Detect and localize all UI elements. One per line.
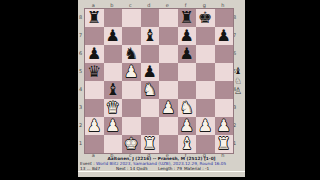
square-f4[interactable] <box>178 81 197 99</box>
black-pawn-h7: ♟ <box>217 27 231 45</box>
square-b4[interactable]: ♝ <box>104 81 123 99</box>
black-pawn-f6: ♟ <box>180 45 194 63</box>
square-h8[interactable] <box>215 9 234 27</box>
black-pawn-b7: ♟ <box>106 27 120 45</box>
square-d4[interactable]: ♞ <box>141 81 160 99</box>
square-g7[interactable] <box>196 27 215 45</box>
square-b7[interactable]: ♟ <box>104 27 123 45</box>
square-a5[interactable]: ♛ <box>85 63 104 81</box>
square-h2[interactable]: ♟ <box>215 117 234 135</box>
white-knight-d4: ♞ <box>143 81 157 99</box>
square-b1[interactable] <box>104 135 123 153</box>
square-c1[interactable]: ♚ <box>122 135 141 153</box>
square-b6[interactable] <box>104 45 123 63</box>
square-c7[interactable] <box>122 27 141 45</box>
white-queen-b3: ♛ <box>106 99 120 117</box>
white-pawn-c5: ♟ <box>124 63 138 81</box>
square-f8[interactable]: ♜ <box>178 9 197 27</box>
white-pawn-b2: ♟ <box>106 117 120 135</box>
white-pawn-a2: ♟ <box>87 117 101 135</box>
captured-white-pawn-icon: ♙ <box>234 86 242 96</box>
square-d2[interactable] <box>141 117 160 135</box>
square-g8[interactable]: ♚ <box>196 9 215 27</box>
square-h6[interactable] <box>215 45 234 63</box>
white-rook-h1: ♜ <box>217 135 231 153</box>
square-g4[interactable] <box>196 81 215 99</box>
square-h1[interactable]: ♜ <box>215 135 234 153</box>
square-d7[interactable]: ♝ <box>141 27 160 45</box>
square-c5[interactable]: ♟ <box>122 63 141 81</box>
square-f2[interactable]: ♟ <box>178 117 197 135</box>
video-frame: abcdefgh abcdefgh 87654321 87654321 ♜♜♚♟… <box>0 0 320 180</box>
black-queen-a5: ♛ <box>87 63 101 81</box>
square-d1[interactable]: ♜ <box>141 135 160 153</box>
square-h5[interactable] <box>215 63 234 81</box>
white-pawn-g2: ♟ <box>198 117 212 135</box>
square-a2[interactable]: ♟ <box>85 117 104 135</box>
square-f3[interactable]: ♞ <box>178 99 197 117</box>
black-bishop-d7: ♝ <box>143 27 157 45</box>
captured-white-knight-icon: ♘ <box>234 76 242 86</box>
square-g2[interactable]: ♟ <box>196 117 215 135</box>
black-rook-f8: ♜ <box>180 9 194 27</box>
square-b2[interactable]: ♟ <box>104 117 123 135</box>
square-c4[interactable] <box>122 81 141 99</box>
square-f5[interactable] <box>178 63 197 81</box>
material-tray: ♝♘♙ <box>234 66 242 96</box>
square-h3[interactable] <box>215 99 234 117</box>
square-f7[interactable]: ♟ <box>178 27 197 45</box>
square-a6[interactable]: ♟ <box>85 45 104 63</box>
square-a1[interactable] <box>85 135 104 153</box>
black-pawn-d5: ♟ <box>143 63 157 81</box>
square-b5[interactable] <box>104 63 123 81</box>
square-c8[interactable] <box>122 9 141 27</box>
square-e7[interactable] <box>159 27 178 45</box>
caption-area: Aaltonen, J (2216) -- Pranesh, M (2512) … <box>78 157 245 172</box>
square-f1[interactable]: ♝ <box>178 135 197 153</box>
white-rook-d1: ♜ <box>143 135 157 153</box>
captured-black-bishop-icon: ♝ <box>234 66 242 76</box>
square-g6[interactable] <box>196 45 215 63</box>
black-bishop-b4: ♝ <box>106 81 120 99</box>
black-rook-a8: ♜ <box>87 9 101 27</box>
square-e2[interactable] <box>159 117 178 135</box>
white-pawn-f2: ♟ <box>180 117 194 135</box>
square-c6[interactable]: ♞ <box>122 45 141 63</box>
square-d6[interactable] <box>141 45 160 63</box>
square-a3[interactable] <box>85 99 104 117</box>
square-g1[interactable] <box>196 135 215 153</box>
square-a4[interactable] <box>85 81 104 99</box>
white-knight-f3: ♞ <box>180 99 194 117</box>
black-pawn-f7: ♟ <box>180 27 194 45</box>
square-a8[interactable]: ♜ <box>85 9 104 27</box>
white-king-c1: ♚ <box>124 135 138 153</box>
caption-divider <box>78 171 245 172</box>
square-g5[interactable] <box>196 63 215 81</box>
square-e1[interactable] <box>159 135 178 153</box>
square-d5[interactable]: ♟ <box>141 63 160 81</box>
square-e3[interactable]: ♟ <box>159 99 178 117</box>
square-e6[interactable] <box>159 45 178 63</box>
square-e8[interactable] <box>159 9 178 27</box>
white-bishop-f1: ♝ <box>180 135 194 153</box>
square-e5[interactable] <box>159 63 178 81</box>
square-c2[interactable] <box>122 117 141 135</box>
square-a7[interactable] <box>85 27 104 45</box>
square-h7[interactable]: ♟ <box>215 27 234 45</box>
black-king-g8: ♚ <box>198 9 212 27</box>
white-pawn-h2: ♟ <box>217 117 231 135</box>
black-knight-c6: ♞ <box>124 45 138 63</box>
square-d3[interactable] <box>141 99 160 117</box>
square-c3[interactable] <box>122 99 141 117</box>
square-e4[interactable] <box>159 81 178 99</box>
square-h4[interactable] <box>215 81 234 99</box>
chess-board[interactable]: ♜♜♚♟♝♟♟♟♞♟♛♟♟♝♞♛♟♞♟♟♟♟♟♚♜♝♜ <box>84 8 234 154</box>
square-b8[interactable] <box>104 9 123 27</box>
square-b3[interactable]: ♛ <box>104 99 123 117</box>
white-pawn-e3: ♟ <box>161 99 175 117</box>
square-f6[interactable]: ♟ <box>178 45 197 63</box>
square-d8[interactable] <box>141 9 160 27</box>
square-g3[interactable] <box>196 99 215 117</box>
black-pawn-a6: ♟ <box>87 45 101 63</box>
